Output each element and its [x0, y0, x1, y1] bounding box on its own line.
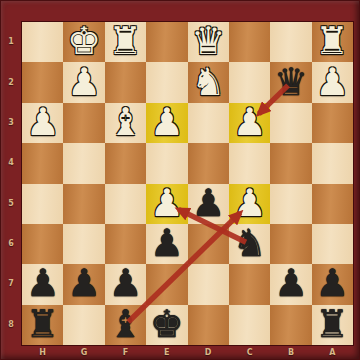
square-e2[interactable] — [146, 62, 187, 102]
file-label-E: E — [157, 346, 177, 360]
rank-label-6: 6 — [0, 239, 22, 248]
square-b7[interactable]: ♟ — [270, 264, 311, 304]
square-b8[interactable] — [270, 305, 311, 345]
square-e3[interactable]: ♟ — [146, 103, 187, 143]
square-b5[interactable] — [270, 184, 311, 224]
square-c8[interactable] — [229, 305, 270, 345]
square-e8[interactable]: ♚ — [146, 305, 187, 345]
white-queen-icon[interactable]: ♛ — [191, 22, 225, 60]
square-a2[interactable]: ♟ — [312, 62, 353, 102]
file-label-F: F — [115, 346, 135, 360]
square-e7[interactable] — [146, 264, 187, 304]
square-f4[interactable] — [105, 143, 146, 183]
square-a7[interactable]: ♟ — [312, 264, 353, 304]
file-label-D: D — [198, 346, 218, 360]
square-b4[interactable] — [270, 143, 311, 183]
square-g4[interactable] — [63, 143, 104, 183]
square-a4[interactable] — [312, 143, 353, 183]
white-pawn-icon[interactable]: ♟ — [26, 103, 60, 141]
white-king-icon[interactable]: ♚ — [67, 22, 101, 60]
square-c4[interactable] — [229, 143, 270, 183]
white-rook-icon[interactable]: ♜ — [315, 22, 349, 60]
white-pawn-icon[interactable]: ♟ — [233, 103, 267, 141]
square-g3[interactable] — [63, 103, 104, 143]
square-h5[interactable] — [22, 184, 63, 224]
square-b6[interactable] — [270, 224, 311, 264]
square-c2[interactable] — [229, 62, 270, 102]
black-pawn-icon[interactable]: ♟ — [26, 264, 60, 302]
white-knight-icon[interactable]: ♞ — [191, 63, 225, 101]
rank-label-4: 4 — [0, 158, 22, 167]
square-b1[interactable] — [270, 22, 311, 62]
square-f5[interactable] — [105, 184, 146, 224]
square-h1[interactable] — [22, 22, 63, 62]
square-a1[interactable]: ♜ — [312, 22, 353, 62]
black-pawn-icon[interactable]: ♟ — [274, 264, 308, 302]
square-d3[interactable] — [188, 103, 229, 143]
square-h6[interactable] — [22, 224, 63, 264]
chess-board[interactable]: ♚♜♛♜♟♞♛♟♟♝♟♟♟♟♟♟♞♟♟♟♟♟♜♝♚♜ — [21, 21, 354, 346]
black-pawn-icon[interactable]: ♟ — [191, 184, 225, 222]
square-c1[interactable] — [229, 22, 270, 62]
square-c5[interactable]: ♟ — [229, 184, 270, 224]
square-h2[interactable] — [22, 62, 63, 102]
file-label-A: A — [322, 346, 342, 360]
square-c3[interactable]: ♟ — [229, 103, 270, 143]
square-g5[interactable] — [63, 184, 104, 224]
white-pawn-icon[interactable]: ♟ — [150, 103, 184, 141]
square-f6[interactable] — [105, 224, 146, 264]
rank-label-8: 8 — [0, 320, 22, 329]
black-pawn-icon[interactable]: ♟ — [150, 224, 184, 262]
white-pawn-icon[interactable]: ♟ — [67, 63, 101, 101]
square-e4[interactable] — [146, 143, 187, 183]
black-bishop-icon[interactable]: ♝ — [108, 305, 142, 343]
square-d6[interactable] — [188, 224, 229, 264]
square-h7[interactable]: ♟ — [22, 264, 63, 304]
white-pawn-icon[interactable]: ♟ — [150, 184, 184, 222]
black-pawn-icon[interactable]: ♟ — [108, 264, 142, 302]
square-g8[interactable] — [63, 305, 104, 345]
square-e1[interactable] — [146, 22, 187, 62]
file-label-G: G — [74, 346, 94, 360]
black-knight-icon[interactable]: ♞ — [233, 224, 267, 262]
square-f1[interactable]: ♜ — [105, 22, 146, 62]
square-d2[interactable]: ♞ — [188, 62, 229, 102]
white-bishop-icon[interactable]: ♝ — [108, 103, 142, 141]
black-rook-icon[interactable]: ♜ — [315, 305, 349, 343]
square-a6[interactable] — [312, 224, 353, 264]
white-rook-icon[interactable]: ♜ — [108, 22, 142, 60]
square-e6[interactable]: ♟ — [146, 224, 187, 264]
black-pawn-icon[interactable]: ♟ — [315, 264, 349, 302]
file-label-B: B — [281, 346, 301, 360]
square-c7[interactable] — [229, 264, 270, 304]
rank-label-3: 3 — [0, 118, 22, 127]
square-g2[interactable]: ♟ — [63, 62, 104, 102]
square-f7[interactable]: ♟ — [105, 264, 146, 304]
square-d8[interactable] — [188, 305, 229, 345]
file-label-H: H — [33, 346, 53, 360]
square-h3[interactable]: ♟ — [22, 103, 63, 143]
file-label-C: C — [240, 346, 260, 360]
square-b3[interactable] — [270, 103, 311, 143]
square-e5[interactable]: ♟ — [146, 184, 187, 224]
square-a5[interactable] — [312, 184, 353, 224]
square-g7[interactable]: ♟ — [63, 264, 104, 304]
square-f8[interactable]: ♝ — [105, 305, 146, 345]
square-f3[interactable]: ♝ — [105, 103, 146, 143]
black-queen-icon[interactable]: ♛ — [274, 63, 308, 101]
black-pawn-icon[interactable]: ♟ — [67, 264, 101, 302]
square-d1[interactable]: ♛ — [188, 22, 229, 62]
rank-label-2: 2 — [0, 78, 22, 87]
black-rook-icon[interactable]: ♜ — [26, 305, 60, 343]
square-h8[interactable]: ♜ — [22, 305, 63, 345]
black-king-icon[interactable]: ♚ — [150, 305, 184, 343]
square-d5[interactable]: ♟ — [188, 184, 229, 224]
square-d4[interactable] — [188, 143, 229, 183]
board-frame: ♚♜♛♜♟♞♛♟♟♝♟♟♟♟♟♟♞♟♟♟♟♟♜♝♚♜ 12345678HGFED… — [0, 0, 360, 360]
square-h4[interactable] — [22, 143, 63, 183]
rank-label-5: 5 — [0, 199, 22, 208]
square-a8[interactable]: ♜ — [312, 305, 353, 345]
square-g6[interactable] — [63, 224, 104, 264]
square-b2[interactable]: ♛ — [270, 62, 311, 102]
square-c6[interactable]: ♞ — [229, 224, 270, 264]
white-pawn-icon[interactable]: ♟ — [315, 63, 349, 101]
square-f2[interactable] — [105, 62, 146, 102]
square-a3[interactable] — [312, 103, 353, 143]
square-d7[interactable] — [188, 264, 229, 304]
rank-label-1: 1 — [0, 37, 22, 46]
rank-label-7: 7 — [0, 279, 22, 288]
square-g1[interactable]: ♚ — [63, 22, 104, 62]
white-pawn-icon[interactable]: ♟ — [233, 184, 267, 222]
